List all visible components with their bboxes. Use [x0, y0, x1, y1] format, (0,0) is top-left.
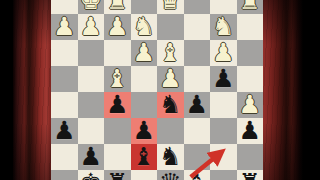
square-c2[interactable]: [184, 14, 211, 40]
square-h8[interactable]: [51, 170, 78, 180]
square-c7[interactable]: [184, 144, 211, 170]
square-g5[interactable]: [78, 92, 105, 118]
piece-wP: ♟: [106, 14, 128, 40]
square-g4[interactable]: [78, 66, 105, 92]
piece-bP: ♟: [53, 118, 75, 144]
piece-wP: ♟: [239, 92, 261, 118]
piece-wP: ♟: [80, 14, 102, 40]
square-b2[interactable]: ♞: [210, 14, 237, 40]
square-c4[interactable]: [184, 66, 211, 92]
piece-wQ: ♛: [159, 0, 181, 14]
square-c1[interactable]: [184, 0, 211, 14]
square-g2[interactable]: ♟: [78, 14, 105, 40]
square-a5[interactable]: ♟: [237, 92, 264, 118]
square-a3[interactable]: [237, 40, 264, 66]
piece-wP: ♟: [133, 40, 155, 66]
square-e8[interactable]: [131, 170, 158, 180]
square-h7[interactable]: [51, 144, 78, 170]
video-frame: ♚♜♛♜♟♟♟♞♞♟♝♟♝♟♟♟♞♟♟♟♟♟♟♝♞♚♜♛♝♜: [0, 0, 320, 180]
piece-wP: ♟: [212, 40, 234, 66]
piece-bK: ♚: [80, 170, 102, 180]
piece-bB: ♝: [133, 144, 155, 170]
square-d3[interactable]: ♝: [157, 40, 184, 66]
chess-board[interactable]: ♚♜♛♜♟♟♟♞♞♟♝♟♝♟♟♟♞♟♟♟♟♟♟♝♞♚♜♛♝♜: [51, 0, 263, 180]
square-g7[interactable]: ♟: [78, 144, 105, 170]
piece-bP: ♟: [212, 66, 234, 92]
square-f5[interactable]: ♟: [104, 92, 131, 118]
square-f4[interactable]: ♝: [104, 66, 131, 92]
square-d5[interactable]: ♞: [157, 92, 184, 118]
square-e7[interactable]: ♝: [131, 144, 158, 170]
piece-bB: ♝: [186, 170, 208, 180]
square-a1[interactable]: ♜: [237, 0, 264, 14]
square-e2[interactable]: ♞: [131, 14, 158, 40]
square-d4[interactable]: ♟: [157, 66, 184, 92]
square-a8[interactable]: ♜: [237, 170, 264, 180]
square-d7[interactable]: ♞: [157, 144, 184, 170]
square-f3[interactable]: [104, 40, 131, 66]
square-e4[interactable]: [131, 66, 158, 92]
piece-bQ: ♛: [159, 170, 181, 180]
piece-bR: ♜: [239, 170, 261, 180]
piece-bP: ♟: [80, 144, 102, 170]
square-f7[interactable]: [104, 144, 131, 170]
piece-wR: ♜: [239, 0, 261, 14]
square-d8[interactable]: ♛: [157, 170, 184, 180]
piece-bN: ♞: [159, 144, 181, 170]
square-h5[interactable]: [51, 92, 78, 118]
square-c5[interactable]: ♟: [184, 92, 211, 118]
square-d1[interactable]: ♛: [157, 0, 184, 14]
square-g3[interactable]: [78, 40, 105, 66]
piece-wB: ♝: [106, 66, 128, 92]
wood-frame-right: [263, 0, 303, 180]
square-g6[interactable]: [78, 118, 105, 144]
square-h4[interactable]: [51, 66, 78, 92]
square-a4[interactable]: [237, 66, 264, 92]
square-f8[interactable]: ♜: [104, 170, 131, 180]
square-a6[interactable]: ♟: [237, 118, 264, 144]
piece-wN: ♞: [133, 14, 155, 40]
piece-bP: ♟: [106, 92, 128, 118]
piece-bP: ♟: [186, 92, 208, 118]
square-h6[interactable]: ♟: [51, 118, 78, 144]
piece-wB: ♝: [159, 40, 181, 66]
square-c3[interactable]: [184, 40, 211, 66]
piece-bN: ♞: [159, 92, 181, 118]
square-e5[interactable]: [131, 92, 158, 118]
square-c8[interactable]: ♝: [184, 170, 211, 180]
square-b5[interactable]: [210, 92, 237, 118]
piece-bP: ♟: [239, 118, 261, 144]
square-e3[interactable]: ♟: [131, 40, 158, 66]
square-a2[interactable]: [237, 14, 264, 40]
square-h2[interactable]: ♟: [51, 14, 78, 40]
square-b8[interactable]: [210, 170, 237, 180]
square-b3[interactable]: ♟: [210, 40, 237, 66]
square-b7[interactable]: [210, 144, 237, 170]
square-f6[interactable]: [104, 118, 131, 144]
square-a7[interactable]: [237, 144, 264, 170]
piece-wP: ♟: [53, 14, 75, 40]
square-c6[interactable]: [184, 118, 211, 144]
square-e6[interactable]: ♟: [131, 118, 158, 144]
piece-bR: ♜: [106, 170, 128, 180]
square-d2[interactable]: [157, 14, 184, 40]
square-g8[interactable]: ♚: [78, 170, 105, 180]
square-h3[interactable]: [51, 40, 78, 66]
piece-bP: ♟: [133, 118, 155, 144]
piece-wN: ♞: [212, 14, 234, 40]
square-b6[interactable]: [210, 118, 237, 144]
square-d6[interactable]: [157, 118, 184, 144]
square-f2[interactable]: ♟: [104, 14, 131, 40]
square-b4[interactable]: ♟: [210, 66, 237, 92]
wood-frame-left: [13, 0, 51, 180]
piece-wP: ♟: [159, 66, 181, 92]
